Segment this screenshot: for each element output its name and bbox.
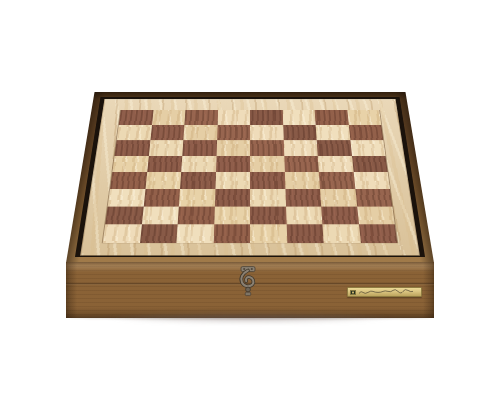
lid-perspective-wrap — [66, 91, 434, 263]
square-e2 — [250, 206, 286, 224]
square-d4 — [215, 172, 250, 189]
square-h7 — [348, 125, 383, 140]
square-c8 — [184, 110, 217, 125]
square-f7 — [283, 125, 317, 140]
box-front-face — [66, 262, 434, 318]
square-f1 — [286, 224, 323, 243]
square-a5 — [112, 156, 148, 172]
square-f6 — [283, 140, 317, 156]
square-c7 — [183, 125, 217, 140]
square-c4 — [180, 172, 216, 189]
square-g8 — [315, 110, 349, 125]
square-g6 — [317, 140, 352, 156]
square-e5 — [250, 156, 284, 172]
square-f2 — [286, 206, 323, 224]
square-f5 — [284, 156, 319, 172]
square-g1 — [322, 224, 360, 243]
square-b5 — [147, 156, 183, 172]
square-d2 — [214, 206, 250, 224]
square-d1 — [213, 224, 250, 243]
square-g5 — [318, 156, 354, 172]
square-a7 — [117, 125, 152, 140]
square-h2 — [357, 206, 395, 224]
square-d6 — [216, 140, 250, 156]
square-a8 — [119, 110, 153, 125]
square-g2 — [321, 206, 358, 224]
square-h6 — [350, 140, 385, 156]
square-b8 — [152, 110, 186, 125]
square-a4 — [110, 172, 147, 189]
brand-plaque — [347, 287, 422, 297]
square-h3 — [355, 189, 392, 206]
product-photo — [0, 0, 500, 400]
square-b1 — [140, 224, 178, 243]
square-b2 — [141, 206, 178, 224]
olive-frame — [80, 99, 420, 255]
square-c2 — [178, 206, 215, 224]
square-h8 — [347, 110, 381, 125]
square-g3 — [320, 189, 357, 206]
square-g4 — [319, 172, 355, 189]
square-e1 — [250, 224, 287, 243]
square-a3 — [108, 189, 145, 206]
square-c5 — [181, 156, 216, 172]
square-e6 — [250, 140, 284, 156]
square-b6 — [148, 140, 183, 156]
square-f8 — [282, 110, 315, 125]
square-e8 — [250, 110, 283, 125]
square-f3 — [285, 189, 321, 206]
square-c1 — [176, 224, 213, 243]
square-h5 — [352, 156, 388, 172]
latch-icon — [235, 266, 261, 297]
square-d8 — [217, 110, 250, 125]
square-b4 — [145, 172, 181, 189]
board-well-shadow — [75, 97, 425, 257]
square-e7 — [250, 125, 283, 140]
plaque-script — [356, 288, 420, 297]
square-h4 — [353, 172, 390, 189]
square-e3 — [250, 189, 286, 206]
chess-board-grid — [103, 110, 398, 243]
square-a2 — [105, 206, 143, 224]
square-c3 — [179, 189, 215, 206]
drop-shadow — [62, 312, 438, 330]
square-d3 — [214, 189, 250, 206]
clasp-latch — [235, 266, 261, 297]
square-g7 — [316, 125, 350, 140]
square-f4 — [284, 172, 320, 189]
square-c6 — [182, 140, 216, 156]
square-a6 — [115, 140, 150, 156]
square-h1 — [359, 224, 398, 243]
square-e4 — [250, 172, 285, 189]
square-a1 — [103, 224, 142, 243]
square-d5 — [216, 156, 250, 172]
walnut-rim — [66, 92, 434, 263]
square-d7 — [217, 125, 250, 140]
square-b3 — [143, 189, 180, 206]
square-b7 — [150, 125, 184, 140]
